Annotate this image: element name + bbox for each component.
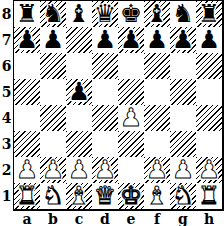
- square-c2[interactable]: ♟: [66, 157, 92, 183]
- square-d8[interactable]: ♛: [92, 1, 118, 27]
- square-c5[interactable]: ♟: [66, 79, 92, 105]
- piece-white-king: ♚: [120, 183, 142, 209]
- rank-label-5: 5: [0, 79, 13, 105]
- square-h7[interactable]: ♟: [196, 27, 222, 53]
- piece-black-queen: ♛: [94, 1, 116, 27]
- square-e8[interactable]: ♚: [118, 1, 144, 27]
- piece-black-pawn: ♟: [16, 27, 38, 53]
- square-a8[interactable]: ♜: [14, 1, 40, 27]
- square-e6[interactable]: [118, 53, 144, 79]
- square-d6[interactable]: [92, 53, 118, 79]
- square-f6[interactable]: [144, 53, 170, 79]
- piece-black-knight: ♞: [42, 1, 64, 27]
- piece-white-pawn: ♟: [198, 157, 220, 183]
- square-g1[interactable]: ♞: [170, 183, 196, 209]
- piece-white-pawn: ♟: [146, 157, 168, 183]
- square-h6[interactable]: [196, 53, 222, 79]
- square-a5[interactable]: [14, 79, 40, 105]
- square-g4[interactable]: [170, 105, 196, 131]
- piece-black-knight: ♞: [172, 1, 194, 27]
- square-f7[interactable]: ♟: [144, 27, 170, 53]
- chess-diagram: 87654321 ♜♞♝♛♚♝♞♜♟♟♟♟♟♟♟♟♟♟♟♟♟♟♟♟♜♞♝♛♚♝♞…: [0, 0, 223, 226]
- piece-white-rook: ♜: [16, 183, 38, 209]
- square-h4[interactable]: [196, 105, 222, 131]
- square-d5[interactable]: [92, 79, 118, 105]
- piece-black-rook: ♜: [198, 1, 220, 27]
- file-label-d: d: [92, 211, 118, 226]
- piece-black-pawn: ♟: [172, 27, 194, 53]
- piece-black-bishop: ♝: [68, 1, 90, 27]
- piece-black-pawn: ♟: [198, 27, 220, 53]
- square-b6[interactable]: [40, 53, 66, 79]
- square-b2[interactable]: ♟: [40, 157, 66, 183]
- square-d3[interactable]: [92, 131, 118, 157]
- piece-white-pawn: ♟: [68, 157, 90, 183]
- square-b5[interactable]: [40, 79, 66, 105]
- square-c3[interactable]: [66, 131, 92, 157]
- square-e2[interactable]: [118, 157, 144, 183]
- square-h3[interactable]: [196, 131, 222, 157]
- piece-white-pawn: ♟: [172, 157, 194, 183]
- square-e4[interactable]: ♟: [118, 105, 144, 131]
- square-e1[interactable]: ♚: [118, 183, 144, 209]
- piece-white-bishop: ♝: [146, 183, 168, 209]
- square-h1[interactable]: ♜: [196, 183, 222, 209]
- rank-label-3: 3: [0, 131, 13, 157]
- piece-white-knight: ♞: [172, 183, 194, 209]
- square-h2[interactable]: ♟: [196, 157, 222, 183]
- square-d1[interactable]: ♛: [92, 183, 118, 209]
- square-b1[interactable]: ♞: [40, 183, 66, 209]
- chess-board: ♜♞♝♛♚♝♞♜♟♟♟♟♟♟♟♟♟♟♟♟♟♟♟♟♜♞♝♛♚♝♞♜: [14, 1, 222, 209]
- piece-black-rook: ♜: [16, 1, 38, 27]
- square-h5[interactable]: [196, 79, 222, 105]
- rank-label-6: 6: [0, 53, 13, 79]
- piece-black-pawn: ♟: [42, 27, 64, 53]
- file-label-c: c: [66, 211, 92, 226]
- piece-black-pawn: ♟: [68, 79, 90, 105]
- square-d4[interactable]: [92, 105, 118, 131]
- file-labels: abcdefgh: [14, 211, 222, 226]
- square-d2[interactable]: ♟: [92, 157, 118, 183]
- square-g8[interactable]: ♞: [170, 1, 196, 27]
- square-g6[interactable]: [170, 53, 196, 79]
- file-label-a: a: [14, 211, 40, 226]
- square-a6[interactable]: [14, 53, 40, 79]
- file-label-f: f: [144, 211, 170, 226]
- square-a4[interactable]: [14, 105, 40, 131]
- rank-label-7: 7: [0, 27, 13, 53]
- piece-white-knight: ♞: [42, 183, 64, 209]
- piece-black-pawn: ♟: [146, 27, 168, 53]
- square-c4[interactable]: [66, 105, 92, 131]
- square-a3[interactable]: [14, 131, 40, 157]
- file-label-h: h: [196, 211, 222, 226]
- square-e3[interactable]: [118, 131, 144, 157]
- piece-black-bishop: ♝: [146, 1, 168, 27]
- square-c6[interactable]: [66, 53, 92, 79]
- rank-label-2: 2: [0, 157, 13, 183]
- square-f3[interactable]: [144, 131, 170, 157]
- rank-label-8: 8: [0, 1, 13, 27]
- square-a7[interactable]: ♟: [14, 27, 40, 53]
- piece-white-rook: ♜: [198, 183, 220, 209]
- square-g7[interactable]: ♟: [170, 27, 196, 53]
- piece-white-pawn: ♟: [42, 157, 64, 183]
- file-label-e: e: [118, 211, 144, 226]
- square-e5[interactable]: [118, 79, 144, 105]
- square-g2[interactable]: ♟: [170, 157, 196, 183]
- piece-white-pawn: ♟: [94, 157, 116, 183]
- piece-white-queen: ♛: [94, 183, 116, 209]
- piece-white-pawn: ♟: [120, 105, 142, 131]
- square-f8[interactable]: ♝: [144, 1, 170, 27]
- square-a2[interactable]: ♟: [14, 157, 40, 183]
- square-e7[interactable]: ♟: [118, 27, 144, 53]
- piece-black-pawn: ♟: [120, 27, 142, 53]
- square-g3[interactable]: [170, 131, 196, 157]
- square-f1[interactable]: ♝: [144, 183, 170, 209]
- board-frame: ♜♞♝♛♚♝♞♜♟♟♟♟♟♟♟♟♟♟♟♟♟♟♟♟♜♞♝♛♚♝♞♜: [13, 0, 224, 211]
- square-h8[interactable]: ♜: [196, 1, 222, 27]
- square-a1[interactable]: ♜: [14, 183, 40, 209]
- piece-black-pawn: ♟: [94, 27, 116, 53]
- piece-white-bishop: ♝: [68, 183, 90, 209]
- square-c1[interactable]: ♝: [66, 183, 92, 209]
- file-label-g: g: [170, 211, 196, 226]
- file-label-b: b: [40, 211, 66, 226]
- rank-labels: 87654321: [0, 1, 13, 209]
- square-b8[interactable]: ♞: [40, 1, 66, 27]
- rank-label-4: 4: [0, 105, 13, 131]
- square-f2[interactable]: ♟: [144, 157, 170, 183]
- square-d7[interactable]: ♟: [92, 27, 118, 53]
- square-f4[interactable]: [144, 105, 170, 131]
- square-b3[interactable]: [40, 131, 66, 157]
- rank-label-1: 1: [0, 183, 13, 209]
- square-f5[interactable]: [144, 79, 170, 105]
- square-g5[interactable]: [170, 79, 196, 105]
- piece-black-king: ♚: [120, 1, 142, 27]
- square-c7[interactable]: [66, 27, 92, 53]
- square-c8[interactable]: ♝: [66, 1, 92, 27]
- square-b7[interactable]: ♟: [40, 27, 66, 53]
- square-b4[interactable]: [40, 105, 66, 131]
- piece-white-pawn: ♟: [16, 157, 38, 183]
